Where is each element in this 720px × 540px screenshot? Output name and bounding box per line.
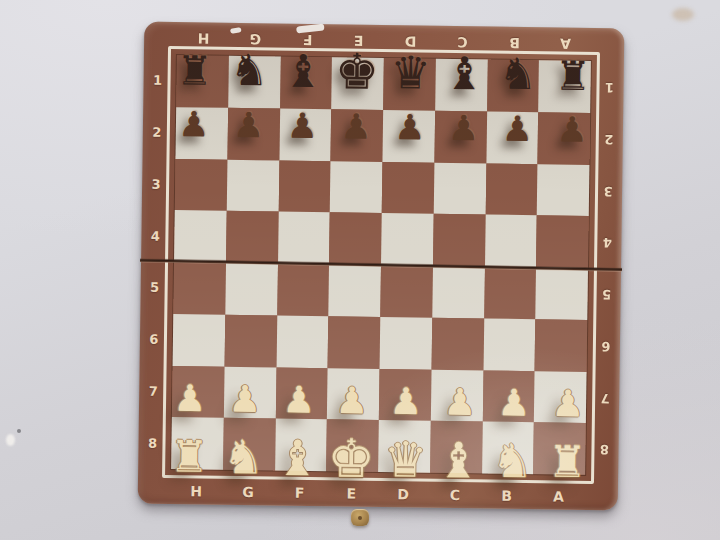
square-G1: ♞ xyxy=(228,56,280,108)
square-H5 xyxy=(173,262,225,314)
square-H6 xyxy=(173,314,225,366)
rank-labels-left-3: 3 xyxy=(145,158,168,210)
light-bishop: ♝ xyxy=(276,433,320,482)
rank-labels-right-6: 6 xyxy=(595,320,618,372)
rank-labels-right-4: 4 xyxy=(596,216,619,268)
square-F3 xyxy=(278,160,330,212)
square-F2: ♟ xyxy=(279,108,331,160)
file-labels-bottom-D: D xyxy=(378,484,430,505)
light-pawn: ♟ xyxy=(443,384,476,421)
square-D2: ♟ xyxy=(382,110,434,162)
dark-king: ♚ xyxy=(335,48,380,98)
dark-bishop: ♝ xyxy=(444,51,485,97)
light-pawn: ♟ xyxy=(389,383,422,420)
square-A7: ♟ xyxy=(534,371,586,423)
square-E2: ♟ xyxy=(331,109,383,161)
square-D8: ♛ xyxy=(378,420,430,472)
rank-labels-right-2: 2 xyxy=(597,113,620,165)
square-E3 xyxy=(330,161,382,213)
chess-board: HGFEDCBA HGFEDCBA 12345678 12345678 ♜♞♝♚… xyxy=(138,22,625,511)
square-H3 xyxy=(175,159,227,211)
rank-labels-left-1: 1 xyxy=(146,55,169,107)
square-D6 xyxy=(380,317,432,369)
square-D5 xyxy=(380,265,432,317)
file-labels-top-D: D xyxy=(384,31,436,52)
light-pawn: ♟ xyxy=(335,382,368,419)
light-pawn: ♟ xyxy=(228,381,261,418)
rank-labels-left-2: 2 xyxy=(145,106,168,158)
square-F8: ♝ xyxy=(275,419,327,471)
background-stain xyxy=(672,8,694,21)
rank-labels-right-7: 7 xyxy=(594,371,617,423)
file-labels-bottom-H: H xyxy=(171,481,223,502)
square-D7: ♟ xyxy=(379,368,431,420)
rank-labels-right-3: 3 xyxy=(597,165,620,217)
dark-knight: ♞ xyxy=(498,53,537,97)
file-labels-bottom-A: A xyxy=(533,486,585,507)
square-B8: ♞ xyxy=(482,422,534,474)
dark-pawn: ♟ xyxy=(394,110,426,145)
square-D4 xyxy=(381,213,433,265)
dark-pawn: ♟ xyxy=(233,108,265,143)
light-king: ♚ xyxy=(327,432,375,486)
file-labels-top-C: C xyxy=(436,32,488,53)
square-E1: ♚ xyxy=(331,57,383,109)
light-knight: ♞ xyxy=(492,437,534,484)
brass-clasp xyxy=(351,509,369,526)
square-H2: ♟ xyxy=(175,107,227,159)
dark-pawn: ♟ xyxy=(178,107,210,142)
square-A6 xyxy=(535,319,587,371)
square-E5 xyxy=(329,264,381,316)
square-C2: ♟ xyxy=(434,110,486,162)
square-G8: ♞ xyxy=(223,418,275,470)
square-A5 xyxy=(536,267,588,319)
light-bishop: ♝ xyxy=(437,436,481,485)
dark-bishop: ♝ xyxy=(283,49,324,95)
light-pawn: ♟ xyxy=(282,382,315,419)
light-pawn: ♟ xyxy=(551,385,584,422)
dark-knight: ♞ xyxy=(230,49,269,93)
square-E6 xyxy=(328,316,380,368)
square-C4 xyxy=(433,214,485,266)
dark-rook: ♜ xyxy=(555,55,591,95)
square-F7: ♟ xyxy=(275,367,327,419)
square-F4 xyxy=(278,212,330,264)
square-E7: ♟ xyxy=(327,368,379,420)
square-F5 xyxy=(277,264,329,316)
square-C7: ♟ xyxy=(431,369,483,421)
rank-labels-left-5: 5 xyxy=(143,262,166,314)
background-fleck xyxy=(6,434,15,446)
light-rook: ♜ xyxy=(548,440,587,484)
file-labels-bottom-F: F xyxy=(274,483,326,504)
rank-labels-left-4: 4 xyxy=(144,210,167,262)
square-H7: ♟ xyxy=(172,366,224,418)
square-C8: ♝ xyxy=(430,421,482,473)
file-labels-bottom-B: B xyxy=(481,485,533,506)
square-G6 xyxy=(224,315,276,367)
light-knight: ♞ xyxy=(223,434,265,481)
file-labels-top-F: F xyxy=(281,30,333,51)
photo-scene: HGFEDCBA HGFEDCBA 12345678 12345678 ♜♞♝♚… xyxy=(0,0,720,540)
square-H1: ♜ xyxy=(176,55,228,107)
square-E8: ♚ xyxy=(326,420,378,472)
light-rook: ♜ xyxy=(170,435,209,479)
square-A8: ♜ xyxy=(533,422,585,474)
dark-pawn: ♟ xyxy=(556,113,588,148)
file-labels-top-B: B xyxy=(487,32,539,53)
square-B3 xyxy=(485,163,537,215)
square-B4 xyxy=(485,215,537,267)
square-H8: ♜ xyxy=(171,417,223,469)
background-speck xyxy=(17,429,21,433)
file-labels-top-H: H xyxy=(177,28,229,49)
rank-labels-left-6: 6 xyxy=(143,313,166,365)
square-G7: ♟ xyxy=(224,366,276,418)
square-A1: ♜ xyxy=(538,60,590,112)
square-B5 xyxy=(484,266,536,318)
dark-pawn: ♟ xyxy=(340,110,372,145)
file-labels-bottom-G: G xyxy=(222,482,274,503)
square-D3 xyxy=(382,162,434,214)
square-B1: ♞ xyxy=(487,59,539,111)
rank-labels-right-1: 1 xyxy=(598,61,621,113)
file-labels-bottom-C: C xyxy=(429,485,481,506)
light-pawn: ♟ xyxy=(497,385,530,422)
dark-rook: ♜ xyxy=(176,50,212,90)
dark-queen: ♛ xyxy=(390,50,431,96)
rank-labels-left-8: 8 xyxy=(141,417,164,469)
file-labels-bottom-E: E xyxy=(326,483,378,504)
square-C1: ♝ xyxy=(435,59,487,111)
square-F1: ♝ xyxy=(280,57,332,109)
file-labels-top-A: A xyxy=(539,33,591,54)
square-C5 xyxy=(432,266,484,318)
light-queen: ♛ xyxy=(383,435,427,484)
square-G2: ♟ xyxy=(227,108,279,160)
square-G5 xyxy=(225,263,277,315)
square-H4 xyxy=(174,210,226,262)
square-C6 xyxy=(431,317,483,369)
dark-pawn: ♟ xyxy=(286,109,318,144)
square-B7: ♟ xyxy=(482,370,534,422)
rank-labels-right-8: 8 xyxy=(593,423,616,475)
square-B2: ♟ xyxy=(486,111,538,163)
square-G4 xyxy=(226,211,278,263)
square-D1: ♛ xyxy=(383,58,435,110)
square-A2: ♟ xyxy=(538,112,590,164)
square-C3 xyxy=(433,162,485,214)
square-B6 xyxy=(483,318,535,370)
square-F6 xyxy=(276,315,328,367)
square-E4 xyxy=(329,213,381,265)
dark-pawn: ♟ xyxy=(501,112,533,147)
rank-labels-right-5: 5 xyxy=(595,268,618,320)
light-pawn: ♟ xyxy=(173,380,206,417)
square-A3 xyxy=(537,164,589,216)
rank-labels-left-7: 7 xyxy=(142,365,165,417)
dark-pawn: ♟ xyxy=(448,111,480,146)
square-A4 xyxy=(536,215,588,267)
square-G3 xyxy=(227,159,279,211)
file-labels-top-E: E xyxy=(332,30,384,51)
